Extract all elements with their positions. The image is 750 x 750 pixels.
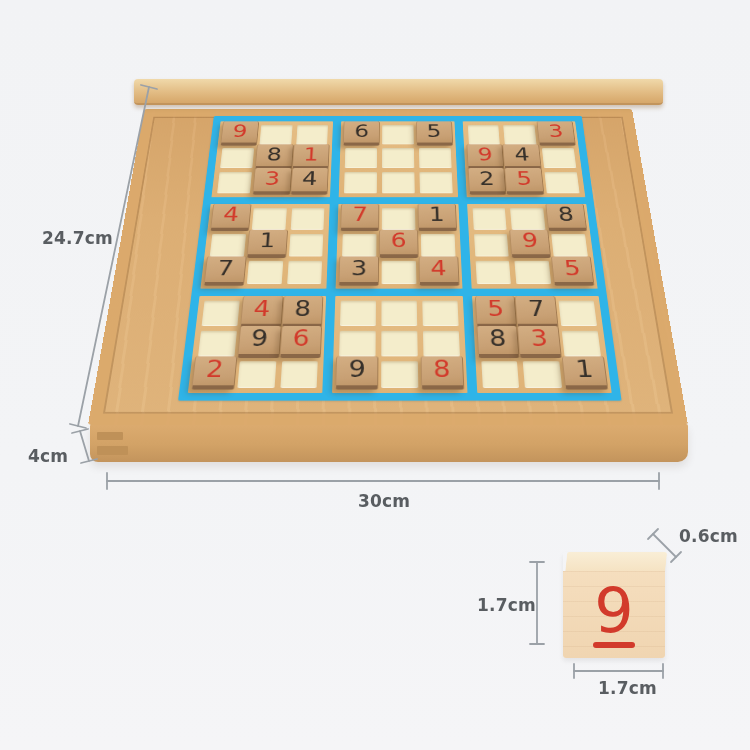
- dimension-label-board-width: 30cm: [353, 491, 415, 511]
- product-photo: 98134653942541771634895489629857831: [0, 0, 750, 750]
- sudoku-tile-r2c7: 9: [466, 145, 505, 170]
- sudoku-cell-r2c6: [419, 148, 451, 168]
- sudoku-tile-r7c7: 5: [475, 296, 518, 327]
- tile-digit: 4: [222, 205, 240, 225]
- sudoku-box-8: 98: [332, 296, 467, 393]
- sudoku-tile-r1c4: 6: [343, 121, 380, 145]
- sudoku-box-9: 57831: [472, 296, 612, 393]
- dimension-label-tile-height: 1.7cm: [477, 595, 536, 615]
- sudoku-cell-r2c7: 9: [469, 148, 502, 168]
- sudoku-cell-r4c4: 7: [343, 208, 377, 230]
- tray-front-face: [90, 424, 688, 462]
- sudoku-cell-r9c1: 2: [194, 361, 233, 388]
- dimension-label-tile-thickness: 0.6cm: [679, 526, 738, 546]
- sudoku-tile-r6c9: 5: [551, 257, 594, 286]
- sudoku-cell-r5c8: 9: [513, 234, 549, 257]
- finger-joint: [97, 446, 128, 455]
- tile-digit: 8: [433, 358, 451, 383]
- tile-digit: 5: [563, 258, 582, 280]
- sudoku-cell-r1c7: [468, 125, 501, 145]
- sudoku-cell-r9c5: [381, 361, 418, 388]
- tile-digit: 1: [575, 358, 595, 383]
- sudoku-cell-r3c7: 2: [470, 172, 504, 193]
- sudoku-cell-r7c1: [202, 301, 240, 326]
- sudoku-cell-r8c2: 9: [240, 330, 278, 356]
- sudoku-cell-r3c6: [419, 172, 452, 193]
- sudoku-cell-r7c9: [559, 301, 597, 326]
- sudoku-cell-r8c5: [381, 330, 417, 356]
- tile-digit: 5: [487, 298, 505, 321]
- sudoku-cell-r7c2: 4: [243, 301, 280, 326]
- sudoku-cell-r6c9: 5: [554, 261, 591, 285]
- sample-tile-top-face: [565, 552, 667, 573]
- sudoku-cell-r4c9: 8: [549, 208, 585, 230]
- sudoku-tile-r4c1: 4: [210, 204, 251, 231]
- sudoku-tile-r4c6: 1: [417, 204, 456, 231]
- sudoku-tile-r3c7: 2: [467, 168, 506, 194]
- sudoku-cell-r5c7: [474, 234, 509, 257]
- sudoku-cell-r4c8: [510, 208, 545, 230]
- tile-digit: 8: [557, 205, 575, 225]
- sudoku-cell-r5c4: [342, 234, 376, 257]
- sudoku-tile-r8c3: 6: [279, 326, 322, 358]
- slide-rail: [134, 79, 663, 105]
- tile-digit: 6: [391, 231, 407, 252]
- tile-digit: 7: [527, 298, 546, 321]
- sudoku-cell-r9c8: [523, 361, 562, 388]
- sudoku-cell-r5c5: 6: [382, 234, 416, 257]
- tile-digit: 4: [302, 170, 318, 189]
- sudoku-tile-r8c8: 3: [517, 326, 562, 358]
- sudoku-cell-r6c7: [475, 261, 511, 285]
- sudoku-tile-r4c9: 8: [546, 204, 588, 231]
- sudoku-cell-r9c7: [481, 361, 519, 388]
- tile-digit: 9: [232, 123, 249, 141]
- dimension-label-tile-width: 1.7cm: [598, 678, 657, 698]
- sudoku-cell-r2c9: [542, 148, 576, 168]
- sudoku-cell-r9c2: [237, 361, 276, 388]
- finger-joint: [97, 432, 123, 440]
- sudoku-cell-r1c1: 9: [223, 125, 256, 145]
- tile-digit: 8: [488, 328, 507, 352]
- sudoku-cell-r2c3: 1: [294, 148, 327, 168]
- tile-digit: 9: [521, 231, 539, 252]
- sudoku-tile-r7c8: 7: [515, 296, 559, 327]
- tile-digit: 3: [548, 123, 565, 141]
- tile-digit: 6: [354, 123, 369, 141]
- sudoku-cell-r7c8: 7: [518, 301, 556, 326]
- sudoku-grid: 98134653942541771634895489629857831: [178, 116, 622, 401]
- sudoku-tile-r3c8: 5: [505, 168, 545, 194]
- sudoku-tile-r2c3: 1: [292, 145, 330, 170]
- sudoku-tile-r6c1: 7: [204, 257, 247, 286]
- sudoku-cell-r2c4: [345, 148, 377, 168]
- sudoku-cell-r3c1: [217, 172, 252, 193]
- sudoku-cell-r5c2: 1: [249, 234, 285, 257]
- sudoku-cell-r9c4: 9: [338, 361, 375, 388]
- sudoku-cell-r1c6: 5: [418, 125, 450, 145]
- sudoku-cell-r7c3: 8: [284, 301, 321, 326]
- sudoku-tile-r6c6: 4: [419, 257, 460, 286]
- sudoku-cell-r8c4: [339, 330, 375, 356]
- sudoku-cell-r1c9: 3: [540, 125, 574, 145]
- sudoku-cell-r3c2: 3: [255, 172, 289, 193]
- dimension-label-board-side: 24.7cm: [42, 228, 113, 248]
- tile-digit: 5: [426, 123, 441, 141]
- sudoku-cell-r8c3: 6: [282, 330, 319, 356]
- sudoku-tile-r9c1: 2: [191, 356, 237, 389]
- tile-digit: 1: [429, 205, 445, 225]
- tile-digit: 3: [530, 328, 549, 352]
- sudoku-cell-r4c3: [290, 208, 324, 230]
- tile-digit: 9: [477, 146, 493, 165]
- sudoku-cell-r4c1: 4: [213, 208, 248, 230]
- sudoku-cell-r6c2: [247, 261, 283, 285]
- tile-digit: 7: [352, 205, 368, 225]
- tile-digit: 4: [430, 258, 447, 280]
- sudoku-cell-r6c6: 4: [421, 261, 456, 285]
- sudoku-cell-r5c6: [421, 234, 456, 257]
- sudoku-tile-r2c8: 4: [503, 145, 542, 170]
- tile-digit: 8: [266, 146, 282, 165]
- tile-digit: 7: [216, 258, 234, 280]
- sudoku-cell-r5c9: [551, 234, 587, 257]
- sudoku-cell-r7c4: [340, 301, 376, 326]
- sudoku-tile-r1c9: 3: [537, 121, 576, 145]
- sudoku-cell-r2c5: [382, 148, 414, 168]
- sudoku-cell-r9c6: 8: [423, 361, 461, 388]
- tile-digit: 3: [351, 258, 368, 280]
- sudoku-cell-r2c8: 4: [505, 148, 539, 168]
- sudoku-cell-r1c4: 6: [346, 125, 378, 145]
- sudoku-cell-r1c8: [504, 125, 537, 145]
- sudoku-cell-r1c2: [259, 125, 292, 145]
- sudoku-cell-r6c1: 7: [206, 261, 243, 285]
- sudoku-cell-r3c3: 4: [293, 172, 327, 193]
- sudoku-cell-r6c3: [287, 261, 323, 285]
- sudoku-cell-r8c1: [198, 330, 237, 356]
- sudoku-tile-r2c2: 8: [254, 145, 293, 170]
- sudoku-cell-r8c8: 3: [521, 330, 559, 356]
- sudoku-cell-r4c2: [252, 208, 287, 230]
- sudoku-cell-r6c5: [382, 261, 417, 285]
- sudoku-cell-r6c4: 3: [342, 261, 377, 285]
- sudoku-box-6: 895: [467, 204, 598, 289]
- dimension-label-tray-depth: 4cm: [28, 446, 68, 466]
- sudoku-cell-r1c5: [382, 125, 414, 145]
- sudoku-box-3: 39425: [462, 121, 585, 197]
- sudoku-box-1: 98134: [211, 121, 333, 197]
- sudoku-cell-r6c8: [515, 261, 552, 285]
- sudoku-tile-r1c6: 5: [416, 121, 453, 145]
- sudoku-cell-r3c9: [545, 172, 580, 193]
- tile-digit: 5: [516, 170, 533, 189]
- sudoku-cell-r3c4: [344, 172, 377, 193]
- sudoku-tile-r9c9: 1: [562, 356, 608, 389]
- tile-digit: 4: [514, 146, 531, 165]
- sudoku-cell-r8c7: 8: [479, 330, 517, 356]
- tile-digit: 1: [303, 146, 319, 165]
- sudoku-tile-r3c2: 3: [252, 168, 292, 194]
- dimension-line-tile-width: [574, 664, 663, 678]
- sudoku-box-4: 417: [200, 204, 330, 289]
- sudoku-cell-r8c9: [562, 330, 601, 356]
- sudoku-cell-r4c6: 1: [420, 208, 454, 230]
- sudoku-tile-r5c8: 9: [510, 230, 552, 258]
- sudoku-cell-r4c5: [382, 208, 415, 230]
- sudoku-cell-r3c5: [382, 172, 415, 193]
- tile-digit: 2: [479, 170, 496, 189]
- sample-tile-digit: 9: [594, 581, 633, 641]
- sudoku-cell-r5c1: [210, 234, 246, 257]
- sudoku-cell-r5c3: [289, 234, 324, 257]
- sudoku-tile-r6c4: 3: [339, 257, 379, 286]
- sudoku-tray: 98134653942541771634895489629857831: [88, 109, 688, 425]
- tile-digit: 3: [264, 170, 281, 189]
- tile-digit: 1: [258, 231, 276, 252]
- sudoku-tile-r7c2: 4: [240, 296, 283, 327]
- sudoku-box-7: 48962: [188, 296, 327, 393]
- sudoku-cell-r2c1: [220, 148, 254, 168]
- tile-digit: 4: [253, 298, 271, 321]
- sudoku-tile-r7c3: 8: [281, 296, 324, 327]
- tile-digit: 6: [292, 328, 310, 352]
- sudoku-box-5: 71634: [336, 204, 462, 289]
- tile-digit: 8: [294, 298, 312, 321]
- sudoku-cell-r4c7: [472, 208, 507, 230]
- sudoku-tile-r8c7: 8: [476, 326, 520, 358]
- sudoku-cell-r2c2: 8: [257, 148, 290, 168]
- sample-tile-front-face: 9: [563, 571, 665, 658]
- sample-tile-underline: [593, 642, 635, 648]
- sample-tile: 9: [563, 552, 665, 658]
- sudoku-cell-r7c6: [422, 301, 458, 326]
- sudoku-box-2: 65: [339, 121, 458, 197]
- sudoku-cell-r9c3: [280, 361, 318, 388]
- sudoku-cell-r3c8: 5: [507, 172, 541, 193]
- sudoku-tile-r5c5: 6: [379, 230, 418, 258]
- sudoku-tile-r8c2: 9: [237, 326, 281, 358]
- dimension-line-board-width: [107, 473, 659, 489]
- sudoku-cell-r7c5: [381, 301, 417, 326]
- sudoku-cell-r8c6: [423, 330, 460, 356]
- sudoku-cell-r7c7: 5: [478, 301, 515, 326]
- sudoku-tile-r3c3: 4: [290, 168, 329, 194]
- sudoku-tile-r4c4: 7: [340, 204, 379, 231]
- sudoku-tile-r9c4: 9: [335, 356, 378, 389]
- sudoku-tile-r1c1: 9: [220, 121, 259, 145]
- tile-digit: 2: [205, 358, 225, 383]
- sudoku-cell-r1c3: [296, 125, 328, 145]
- sudoku-cell-r9c9: 1: [565, 361, 605, 388]
- tile-digit: 9: [250, 328, 269, 352]
- tile-digit: 9: [348, 358, 366, 383]
- sudoku-tile-r9c6: 8: [420, 356, 464, 389]
- sudoku-tile-r5c2: 1: [246, 230, 287, 258]
